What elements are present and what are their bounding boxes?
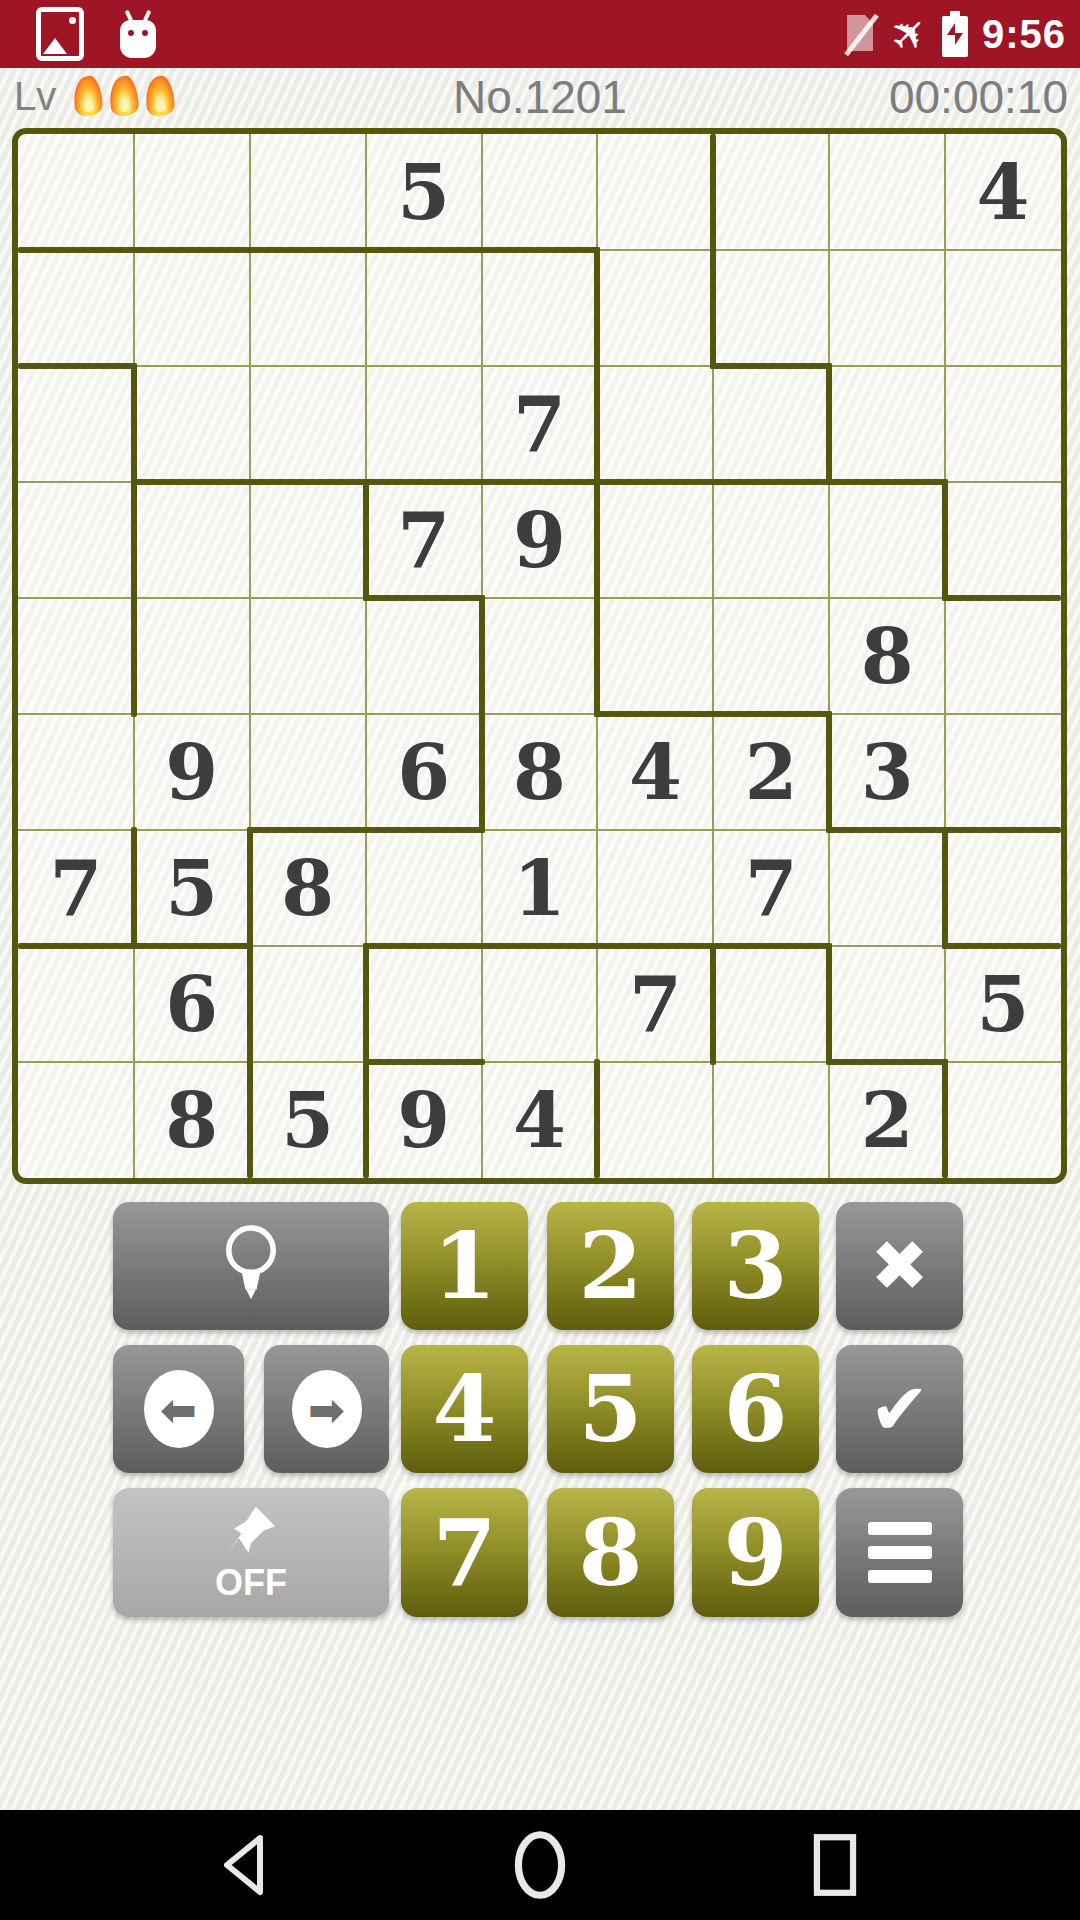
cage-border-v (710, 134, 716, 369)
status-time: 9:56 (982, 12, 1066, 57)
arrow-right-icon: ➡ (292, 1370, 362, 1448)
cage-border-v (131, 827, 137, 949)
cell-r7c6[interactable] (597, 830, 713, 946)
cell-r7c8[interactable] (829, 830, 945, 946)
cell-r3c8[interactable] (829, 366, 945, 482)
cell-r4c4[interactable]: 7 (366, 482, 482, 598)
cell-r9c4[interactable]: 9 (366, 1062, 482, 1178)
cage-border-v (363, 943, 369, 1178)
confirm-check-icon: ✔ (869, 1367, 929, 1451)
arrow-right-button[interactable]: ➡ (264, 1345, 389, 1473)
cage-border-v (594, 247, 600, 717)
cell-r3c9[interactable] (945, 366, 1061, 482)
cell-r6c3[interactable] (250, 714, 366, 830)
pencil-off-label: OFF (215, 1562, 287, 1604)
cell-r3c7[interactable] (713, 366, 829, 482)
cell-r1c3[interactable] (250, 134, 366, 250)
digit-3-button[interactable]: 3 (692, 1202, 819, 1330)
cell-r9c9[interactable] (945, 1062, 1061, 1178)
cell-r5c5[interactable] (482, 598, 598, 714)
cell-r7c1[interactable]: 7 (18, 830, 134, 946)
cage-border-h (363, 1059, 485, 1065)
back-icon[interactable] (185, 1810, 305, 1920)
cell-r8c5[interactable] (482, 946, 598, 1062)
cell-r3c6[interactable] (597, 366, 713, 482)
board-inner: 5477989684237581767585942 (18, 134, 1061, 1178)
cage-border-v (826, 943, 832, 1065)
cell-r8c3[interactable] (250, 946, 366, 1062)
cell-r4c5[interactable]: 9 (482, 482, 598, 598)
cage-border-v (942, 1059, 948, 1178)
cell-r9c6[interactable] (597, 1062, 713, 1178)
cell-r6c1[interactable] (18, 714, 134, 830)
cell-r2c2[interactable] (134, 250, 250, 366)
cell-r2c5[interactable] (482, 250, 598, 366)
cell-r4c7[interactable] (713, 482, 829, 598)
digit-1-button[interactable]: 1 (401, 1202, 528, 1330)
cell-r1c7[interactable] (713, 134, 829, 250)
cell-r3c3[interactable] (250, 366, 366, 482)
pencil-mode-off-button[interactable]: OFF (113, 1488, 389, 1617)
timer: 00:00:10 (889, 70, 1068, 124)
cell-r8c6[interactable]: 7 (597, 946, 713, 1062)
cell-r2c1[interactable] (18, 250, 134, 366)
cell-r4c1[interactable] (18, 482, 134, 598)
cell-r9c7[interactable] (713, 1062, 829, 1178)
cage-border-h (942, 595, 1061, 601)
cell-r6c2[interactable]: 9 (134, 714, 250, 830)
recents-icon[interactable] (775, 1810, 895, 1920)
cell-r5c9[interactable] (945, 598, 1061, 714)
cage-border-v (131, 363, 137, 717)
hint-button[interactable] (113, 1202, 389, 1330)
digit-6-button[interactable]: 6 (692, 1345, 819, 1473)
cell-r1c6[interactable] (597, 134, 713, 250)
erase-x-icon: ✖ (870, 1225, 929, 1307)
cell-r2c6[interactable] (597, 250, 713, 366)
cell-r6c9[interactable] (945, 714, 1061, 830)
cell-r7c7[interactable]: 7 (713, 830, 829, 946)
digit-4-button[interactable]: 4 (401, 1345, 528, 1473)
cage-border-h (710, 363, 832, 369)
cage-border-v (826, 711, 832, 833)
cage-border-h (826, 1059, 948, 1065)
cell-r6c5[interactable]: 8 (482, 714, 598, 830)
cell-r1c2[interactable] (134, 134, 250, 250)
cage-border-v (363, 479, 369, 601)
erase-button[interactable]: ✖ (836, 1202, 963, 1330)
battery-charging-icon (942, 11, 968, 57)
digit-7-button[interactable]: 7 (401, 1488, 528, 1617)
cell-r8c8[interactable] (829, 946, 945, 1062)
cell-r9c8[interactable]: 2 (829, 1062, 945, 1178)
cell-r3c5[interactable]: 7 (482, 366, 598, 482)
cage-border-v (710, 943, 716, 1065)
cage-border-v (942, 827, 948, 949)
status-bar: ✈ 9:56 (0, 0, 1080, 68)
confirm-button[interactable]: ✔ (836, 1345, 963, 1473)
cage-border-h (594, 711, 832, 717)
cage-border-v (479, 595, 485, 833)
cage-border-h (247, 827, 485, 833)
cell-r8c4[interactable] (366, 946, 482, 1062)
cell-r6c7[interactable]: 2 (713, 714, 829, 830)
cage-border-h (363, 943, 833, 949)
cell-r3c1[interactable] (18, 366, 134, 482)
cell-r8c1[interactable] (18, 946, 134, 1062)
cage-border-h (18, 247, 600, 253)
gallery-icon (36, 7, 84, 61)
cell-r4c8[interactable] (829, 482, 945, 598)
cell-r8c9[interactable]: 5 (945, 946, 1061, 1062)
cell-r1c5[interactable] (482, 134, 598, 250)
arrow-left-icon: ⬅ (144, 1370, 214, 1448)
cell-r5c4[interactable] (366, 598, 482, 714)
cage-border-h (18, 363, 137, 369)
menu-icon (868, 1522, 932, 1583)
cell-r2c9[interactable] (945, 250, 1061, 366)
cell-r6c6[interactable]: 4 (597, 714, 713, 830)
cell-r4c6[interactable] (597, 482, 713, 598)
cell-r5c1[interactable] (18, 598, 134, 714)
cage-border-h (942, 943, 1061, 949)
cell-r7c2[interactable]: 5 (134, 830, 250, 946)
cell-r5c3[interactable] (250, 598, 366, 714)
cell-r4c2[interactable] (134, 482, 250, 598)
cell-r5c7[interactable] (713, 598, 829, 714)
cell-r9c2[interactable]: 8 (134, 1062, 250, 1178)
cell-r5c2[interactable] (134, 598, 250, 714)
cell-r5c6[interactable] (597, 598, 713, 714)
cell-r7c3[interactable]: 8 (250, 830, 366, 946)
cage-border-v (826, 363, 832, 485)
cell-r4c9[interactable] (945, 482, 1061, 598)
cell-r1c4[interactable]: 5 (366, 134, 482, 250)
header: Lv No.1201 00:00:10 (0, 68, 1080, 126)
cage-border-v (594, 1059, 600, 1178)
cell-r1c8[interactable] (829, 134, 945, 250)
cell-r3c4[interactable] (366, 366, 482, 482)
android-nav-bar (0, 1810, 1080, 1920)
cell-r1c9[interactable]: 4 (945, 134, 1061, 250)
cage-border-v (942, 479, 948, 601)
cell-r5c8[interactable]: 8 (829, 598, 945, 714)
home-icon[interactable] (480, 1810, 600, 1920)
airplane-mode-icon: ✈ (881, 5, 938, 62)
cell-r2c7[interactable] (713, 250, 829, 366)
menu-button[interactable] (836, 1488, 963, 1617)
cage-border-h (363, 595, 485, 601)
cell-r2c3[interactable] (250, 250, 366, 366)
cell-r4c3[interactable] (250, 482, 366, 598)
digit-5-button[interactable]: 5 (547, 1345, 674, 1473)
no-sim-icon (845, 13, 877, 55)
cell-r7c4[interactable] (366, 830, 482, 946)
screen: ✈ 9:56 Lv No.1201 00:00:10 5477989684237… (0, 0, 1080, 1920)
cell-r9c5[interactable]: 4 (482, 1062, 598, 1178)
cell-r7c5[interactable]: 1 (482, 830, 598, 946)
hint-bulb-icon (219, 1220, 283, 1312)
cell-r8c7[interactable] (713, 946, 829, 1062)
cage-border-v (247, 827, 253, 1178)
pin-icon (222, 1502, 280, 1560)
cell-r3c2[interactable] (134, 366, 250, 482)
digit-2-button[interactable]: 2 (547, 1202, 674, 1330)
cell-r2c4[interactable] (366, 250, 482, 366)
sudoku-board: 5477989684237581767585942 (12, 128, 1067, 1184)
arrow-left-button[interactable]: ⬅ (113, 1345, 244, 1473)
cell-r1c1[interactable] (18, 134, 134, 250)
cell-r8c2[interactable]: 6 (134, 946, 250, 1062)
cell-r6c4[interactable]: 6 (366, 714, 482, 830)
cell-r7c9[interactable] (945, 830, 1061, 946)
cell-r9c1[interactable] (18, 1062, 134, 1178)
cell-r9c3[interactable]: 5 (250, 1062, 366, 1178)
cell-r6c8[interactable]: 3 (829, 714, 945, 830)
android-marshmallow-icon (118, 10, 158, 58)
cell-r2c8[interactable] (829, 250, 945, 366)
digit-8-button[interactable]: 8 (547, 1488, 674, 1617)
digit-9-button[interactable]: 9 (692, 1488, 819, 1617)
